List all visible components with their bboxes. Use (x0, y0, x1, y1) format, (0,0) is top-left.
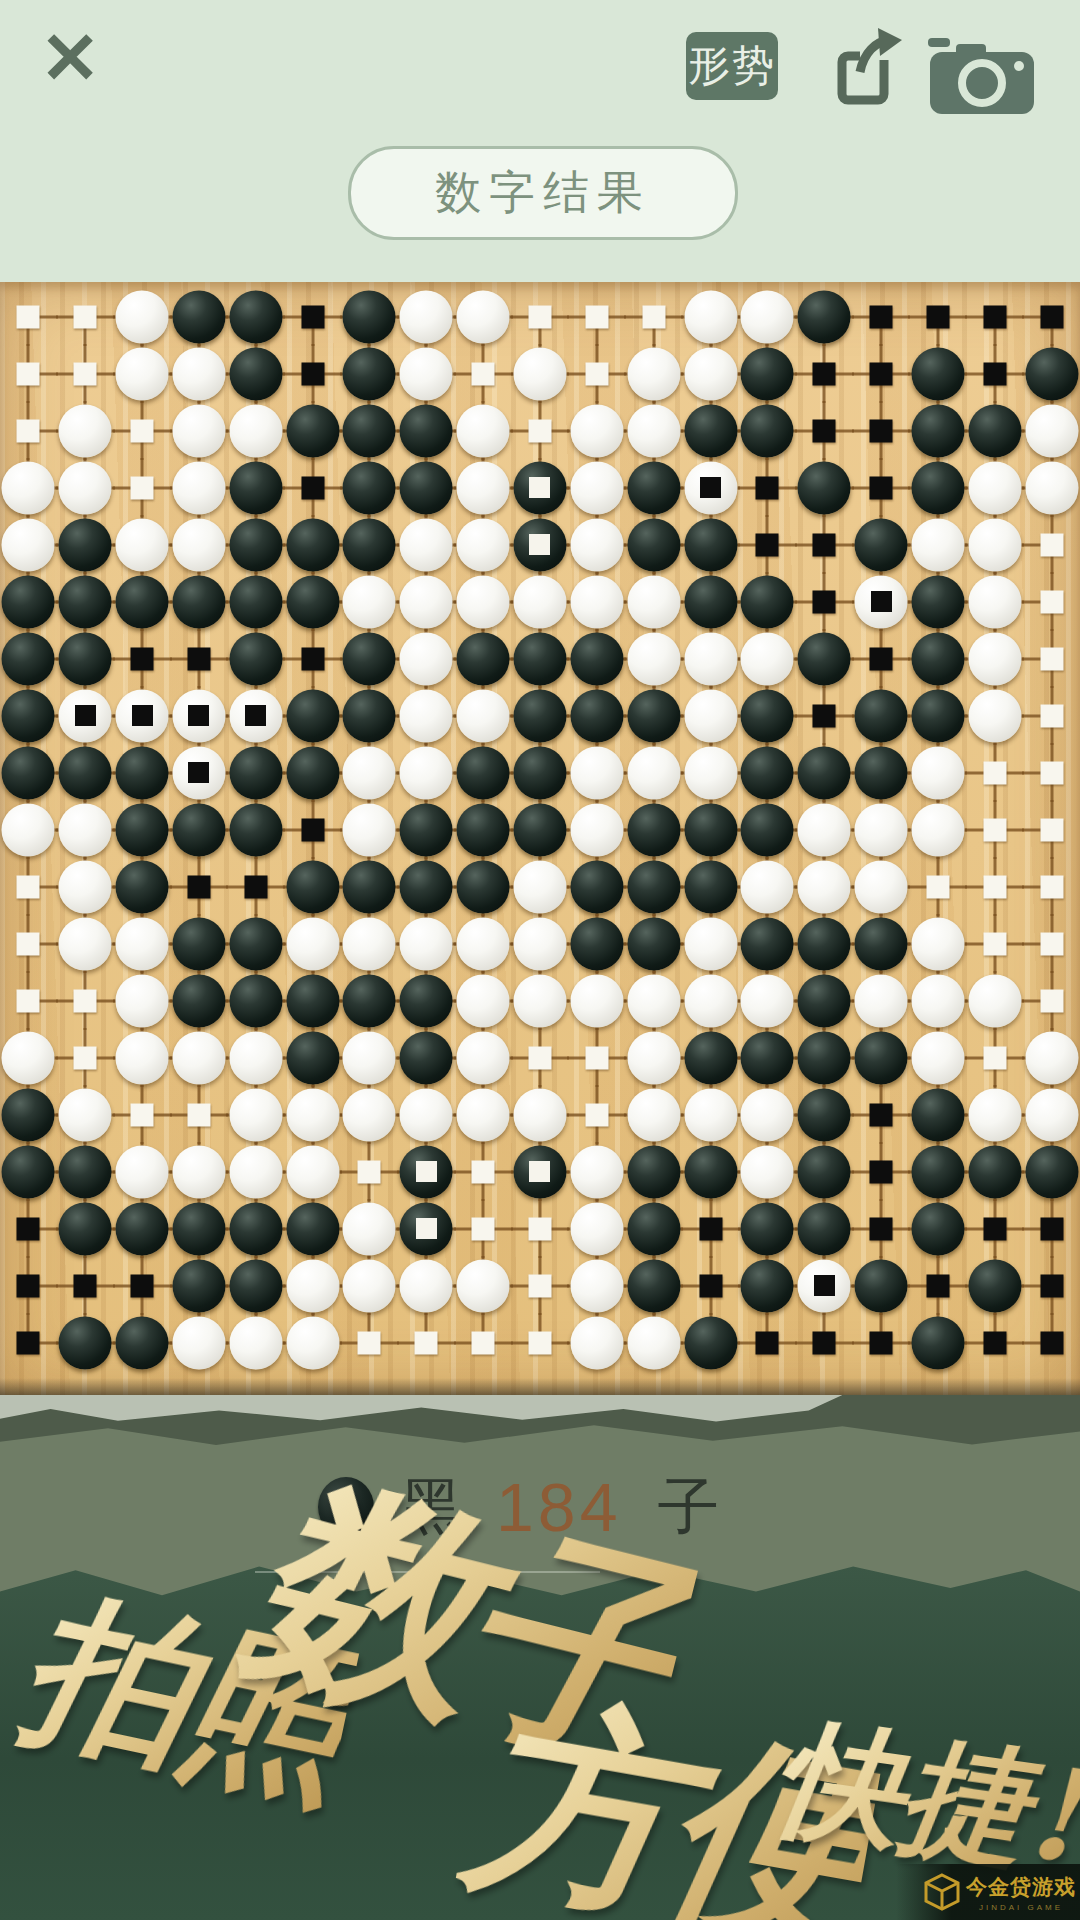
intersection (227, 1029, 284, 1086)
white-stone (343, 575, 396, 628)
dead-white-stone (798, 1259, 851, 1312)
white-stone (968, 575, 1021, 628)
intersection (455, 801, 512, 858)
black-territory-square (188, 762, 209, 783)
intersection (284, 858, 341, 915)
intersection (398, 972, 455, 1029)
intersection (227, 1086, 284, 1143)
white-stone (59, 1088, 112, 1141)
intersection (171, 288, 228, 345)
black-stone (684, 575, 737, 628)
intersection (455, 1200, 512, 1257)
black-stone (968, 1145, 1021, 1198)
black-stone (741, 347, 794, 400)
intersection (57, 1200, 114, 1257)
white-territory-marker (131, 476, 154, 499)
white-stone (911, 974, 964, 1027)
black-stone (798, 290, 851, 343)
intersection (966, 516, 1023, 573)
black-stone (798, 974, 851, 1027)
black-stone (2, 689, 55, 742)
white-territory-marker (472, 362, 495, 385)
intersection (0, 573, 57, 630)
black-stone (229, 575, 282, 628)
intersection (739, 459, 796, 516)
intersection (1023, 1143, 1080, 1200)
white-stone (627, 404, 680, 457)
intersection (171, 1029, 228, 1086)
intersection (0, 915, 57, 972)
intersection (0, 1257, 57, 1314)
camera-icon[interactable] (926, 36, 1038, 118)
black-territory-marker (983, 1331, 1006, 1354)
black-stone (229, 518, 282, 571)
intersection (1023, 801, 1080, 858)
intersection (909, 1257, 966, 1314)
black-territory-marker (244, 875, 267, 898)
intersection (796, 402, 853, 459)
intersection (1023, 915, 1080, 972)
white-territory-marker (1040, 590, 1063, 613)
intersection (625, 915, 682, 972)
close-icon[interactable]: ✕ (40, 22, 100, 94)
black-stone (2, 632, 55, 685)
intersection (966, 288, 1023, 345)
black-stone (684, 860, 737, 913)
black-stone (2, 746, 55, 799)
white-stone (116, 1145, 169, 1198)
black-stone (911, 632, 964, 685)
intersection (398, 402, 455, 459)
black-stone (2, 1145, 55, 1198)
intersection (114, 687, 171, 744)
intersection (625, 744, 682, 801)
black-territory-marker (17, 1217, 40, 1240)
intersection (227, 1314, 284, 1371)
white-stone (229, 1088, 282, 1141)
black-stone (286, 974, 339, 1027)
white-stone (229, 1316, 282, 1369)
white-stone (457, 461, 510, 514)
white-stone (59, 803, 112, 856)
intersection (853, 801, 910, 858)
intersection (796, 858, 853, 915)
intersection (57, 915, 114, 972)
intersection (682, 1200, 739, 1257)
white-stone (2, 518, 55, 571)
black-stone (570, 689, 623, 742)
white-stone (286, 1316, 339, 1369)
intersection (114, 744, 171, 801)
watermark-sub: JINDAI GAME (979, 1903, 1063, 1912)
black-territory-marker (756, 476, 779, 499)
intersection (682, 801, 739, 858)
black-stone (116, 803, 169, 856)
black-stone (798, 632, 851, 685)
intersection (341, 459, 398, 516)
intersection (568, 459, 625, 516)
intersection (398, 801, 455, 858)
intersection (0, 801, 57, 858)
intersection (568, 687, 625, 744)
intersection (625, 801, 682, 858)
intersection (341, 1086, 398, 1143)
intersection (114, 915, 171, 972)
black-territory-marker (756, 1331, 779, 1354)
white-territory-marker (983, 1046, 1006, 1069)
intersection (455, 1143, 512, 1200)
white-stone (400, 689, 453, 742)
black-stone (627, 518, 680, 571)
white-territory-marker (187, 1103, 210, 1126)
black-stone (172, 575, 225, 628)
black-territory-marker (301, 647, 324, 670)
intersection (909, 915, 966, 972)
white-stone (457, 404, 510, 457)
white-stone (627, 347, 680, 400)
black-stone (286, 860, 339, 913)
intersection (966, 1086, 1023, 1143)
intersection (0, 1200, 57, 1257)
white-stone (400, 290, 453, 343)
intersection (398, 687, 455, 744)
black-stone (627, 860, 680, 913)
white-stone (457, 974, 510, 1027)
intersection (114, 288, 171, 345)
intersection (682, 858, 739, 915)
intersection (512, 1200, 569, 1257)
intersection (1023, 459, 1080, 516)
black-territory-marker (301, 818, 324, 841)
black-territory-marker (870, 647, 893, 670)
black-stone (627, 461, 680, 514)
black-territory-marker (870, 476, 893, 499)
white-territory-marker (1040, 704, 1063, 727)
black-stone (911, 461, 964, 514)
intersection (171, 858, 228, 915)
intersection (398, 1086, 455, 1143)
black-stone (59, 632, 112, 685)
intersection (512, 1257, 569, 1314)
intersection (341, 915, 398, 972)
black-stone (2, 1088, 55, 1141)
intersection (455, 858, 512, 915)
white-stone (911, 917, 964, 970)
intersection (909, 1143, 966, 1200)
intersection (909, 402, 966, 459)
intersection (284, 573, 341, 630)
black-stone (513, 632, 566, 685)
intersection (625, 402, 682, 459)
black-stone (59, 1145, 112, 1198)
white-stone (172, 347, 225, 400)
dead-white-stone (684, 461, 737, 514)
black-stone (741, 803, 794, 856)
intersection (568, 972, 625, 1029)
intersection (682, 1143, 739, 1200)
share-icon[interactable] (834, 26, 904, 116)
white-stone (627, 1088, 680, 1141)
intersection (739, 1029, 796, 1086)
intersection (739, 801, 796, 858)
black-territory-marker (1040, 1217, 1063, 1240)
intersection (853, 288, 910, 345)
black-stone (343, 404, 396, 457)
white-stone (798, 860, 851, 913)
white-stone (570, 746, 623, 799)
white-territory-marker (74, 362, 97, 385)
intersection (0, 858, 57, 915)
intersection (568, 345, 625, 402)
black-stone (286, 518, 339, 571)
intersection (909, 972, 966, 1029)
black-stone (116, 1202, 169, 1255)
black-stone (229, 803, 282, 856)
intersection (512, 288, 569, 345)
intersection (568, 573, 625, 630)
count-result-pill[interactable]: 数字结果 (348, 146, 738, 240)
black-stone (343, 347, 396, 400)
intersection (625, 573, 682, 630)
white-stone (116, 1031, 169, 1084)
white-stone (684, 917, 737, 970)
dead-white-stone (172, 689, 225, 742)
white-stone (1025, 1088, 1078, 1141)
white-stone (798, 803, 851, 856)
intersection (512, 1029, 569, 1086)
white-territory-marker (528, 1274, 551, 1297)
intersection (341, 345, 398, 402)
intersection (1023, 1314, 1080, 1371)
white-stone (968, 518, 1021, 571)
intersection (966, 972, 1023, 1029)
intersection (284, 288, 341, 345)
white-stone (286, 1259, 339, 1312)
intersection (853, 744, 910, 801)
black-stone (627, 803, 680, 856)
intersection (853, 630, 910, 687)
black-stone (343, 860, 396, 913)
white-territory-marker (642, 305, 665, 328)
white-stone (116, 347, 169, 400)
black-stone (911, 1316, 964, 1369)
black-stone (59, 518, 112, 571)
intersection (739, 630, 796, 687)
black-stone (457, 746, 510, 799)
black-stone (798, 746, 851, 799)
black-territory-marker (870, 1331, 893, 1354)
intersection (853, 1257, 910, 1314)
white-stone (513, 917, 566, 970)
white-stone (116, 917, 169, 970)
intersection (171, 402, 228, 459)
white-stone (513, 575, 566, 628)
watermark: 今金贷游戏 JINDAI GAME (896, 1864, 1080, 1920)
intersection (284, 801, 341, 858)
white-stone (229, 1145, 282, 1198)
white-stone (59, 404, 112, 457)
intersection (284, 345, 341, 402)
intersection (682, 630, 739, 687)
intersection (796, 915, 853, 972)
white-territory-marker (17, 989, 40, 1012)
intersection (227, 915, 284, 972)
intersection (625, 288, 682, 345)
intersection (171, 915, 228, 972)
intersection (341, 858, 398, 915)
white-stone (400, 917, 453, 970)
black-territory-marker (870, 1217, 893, 1240)
intersection (0, 972, 57, 1029)
black-stone (229, 974, 282, 1027)
situation-button[interactable]: 形势 (686, 32, 778, 100)
intersection (1023, 687, 1080, 744)
white-stone (627, 746, 680, 799)
intersection (398, 1314, 455, 1371)
white-stone (343, 1202, 396, 1255)
white-stone (172, 461, 225, 514)
black-stone (229, 1202, 282, 1255)
intersection (455, 687, 512, 744)
intersection (455, 630, 512, 687)
intersection (966, 1314, 1023, 1371)
black-stone (400, 461, 453, 514)
white-stone (343, 1031, 396, 1084)
intersection (57, 345, 114, 402)
white-stone (570, 803, 623, 856)
white-territory-marker (17, 362, 40, 385)
intersection (853, 687, 910, 744)
intersection (909, 345, 966, 402)
intersection (966, 687, 1023, 744)
intersection (0, 687, 57, 744)
intersection (227, 402, 284, 459)
black-stone (116, 860, 169, 913)
black-stone (457, 860, 510, 913)
intersection (114, 1029, 171, 1086)
intersection (398, 516, 455, 573)
black-territory-marker (17, 1274, 40, 1297)
white-territory-marker (74, 305, 97, 328)
white-stone (627, 1316, 680, 1369)
white-territory-marker (17, 875, 40, 898)
intersection (171, 516, 228, 573)
white-stone (286, 1145, 339, 1198)
white-stone (457, 1031, 510, 1084)
intersection (114, 402, 171, 459)
intersection (682, 972, 739, 1029)
dead-white-stone (172, 746, 225, 799)
intersection (284, 1029, 341, 1086)
intersection (341, 573, 398, 630)
intersection (398, 744, 455, 801)
white-stone (968, 632, 1021, 685)
intersection (341, 402, 398, 459)
black-stone (741, 575, 794, 628)
intersection (853, 573, 910, 630)
black-stone (286, 404, 339, 457)
white-stone (741, 974, 794, 1027)
intersection (284, 915, 341, 972)
intersection (284, 459, 341, 516)
black-stone (855, 1031, 908, 1084)
intersection (0, 1029, 57, 1086)
white-territory-marker (74, 1046, 97, 1069)
intersection (171, 972, 228, 1029)
intersection (796, 687, 853, 744)
black-stone (229, 290, 282, 343)
intersection (341, 972, 398, 1029)
intersection (682, 288, 739, 345)
intersection (57, 573, 114, 630)
intersection (114, 516, 171, 573)
intersection (284, 1143, 341, 1200)
white-stone (684, 974, 737, 1027)
intersection (853, 459, 910, 516)
intersection (0, 1314, 57, 1371)
intersection (57, 1029, 114, 1086)
intersection (625, 1143, 682, 1200)
intersection (455, 1029, 512, 1086)
black-stone (627, 1259, 680, 1312)
dead-black-stone (513, 461, 566, 514)
intersection (171, 1200, 228, 1257)
intersection (625, 972, 682, 1029)
white-stone (741, 1088, 794, 1141)
intersection (966, 915, 1023, 972)
intersection (341, 1143, 398, 1200)
intersection (682, 402, 739, 459)
intersection (568, 630, 625, 687)
intersection (57, 288, 114, 345)
white-territory-marker (1040, 818, 1063, 841)
intersection (227, 459, 284, 516)
black-stone (570, 860, 623, 913)
white-stone (59, 860, 112, 913)
intersection (739, 687, 796, 744)
intersection (398, 288, 455, 345)
intersection (512, 801, 569, 858)
app-screen: ✕ 形势 数字结果 黑 (0, 0, 1080, 1920)
intersection (625, 858, 682, 915)
black-territory-marker (813, 590, 836, 613)
black-territory-square (814, 1275, 835, 1296)
white-stone (741, 1145, 794, 1198)
white-territory-marker (358, 1331, 381, 1354)
intersection (1023, 972, 1080, 1029)
intersection (1023, 1086, 1080, 1143)
white-stone (400, 1259, 453, 1312)
white-stone (911, 746, 964, 799)
intersection (909, 459, 966, 516)
white-stone (741, 860, 794, 913)
intersection (853, 402, 910, 459)
intersection (796, 801, 853, 858)
black-territory-marker (813, 1331, 836, 1354)
black-territory-marker (983, 305, 1006, 328)
intersection (568, 858, 625, 915)
white-territory-marker (131, 419, 154, 442)
white-stone (457, 575, 510, 628)
white-stone (570, 461, 623, 514)
black-stone (229, 746, 282, 799)
intersection (1023, 288, 1080, 345)
intersection (455, 345, 512, 402)
black-stone (59, 746, 112, 799)
dead-white-stone (229, 689, 282, 742)
dead-white-stone (116, 689, 169, 742)
intersection (57, 972, 114, 1029)
